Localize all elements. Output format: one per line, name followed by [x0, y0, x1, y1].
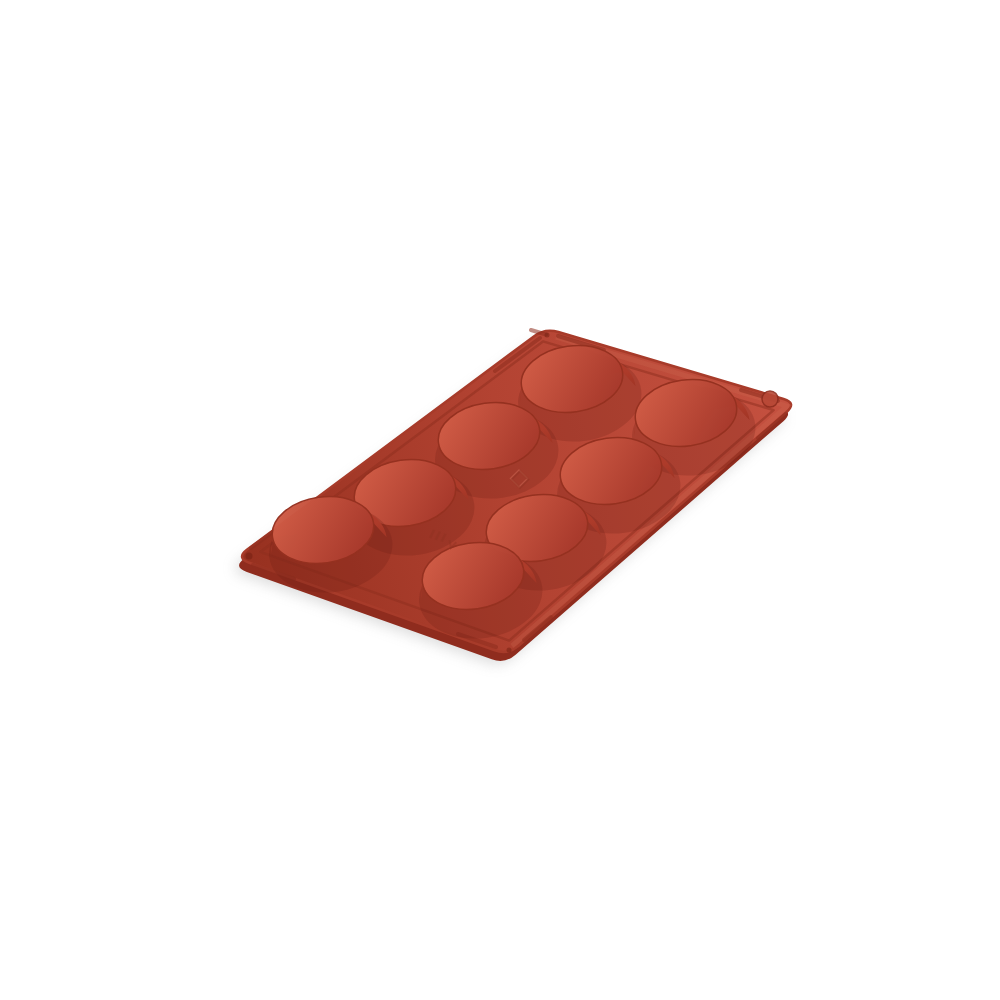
corner-hole: [545, 333, 550, 338]
mold-photo-svg: Red silicone baking mould with 8 round t…: [0, 0, 1000, 1000]
corner-tab: [762, 391, 778, 407]
product-photo: Red silicone baking mould with 8 round t…: [0, 0, 1000, 1000]
corner-hole: [507, 648, 512, 653]
corner-hole: [246, 553, 253, 560]
